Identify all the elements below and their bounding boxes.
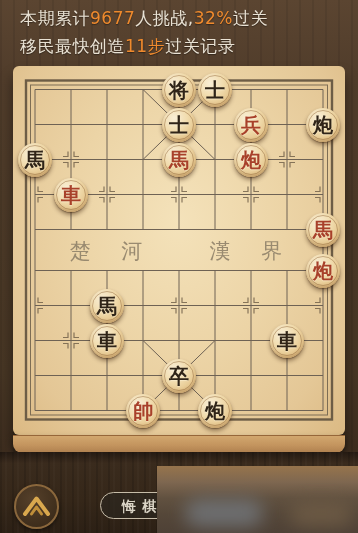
piece-glyph: 炮 <box>234 143 268 177</box>
challenge-stats-line: 本期累计9677人挑战,32%过关 <box>20 6 268 30</box>
piece-black-horse[interactable]: 馬 <box>90 289 124 323</box>
piece-red-cannon[interactable]: 炮 <box>306 254 340 288</box>
piece-black-horse[interactable]: 馬 <box>18 143 52 177</box>
piece-glyph: 士 <box>198 73 232 107</box>
stat-text: 过关记录 <box>165 36 235 56</box>
stat-text: 过关 <box>233 8 268 28</box>
piece-glyph: 兵 <box>234 108 268 142</box>
piece-black-advisor[interactable]: 士 <box>198 73 232 107</box>
stat-value: 32% <box>194 8 233 28</box>
stat-value: 9677 <box>90 8 135 28</box>
piece-red-general[interactable]: 帥 <box>126 394 160 428</box>
piece-red-cannon[interactable]: 炮 <box>234 143 268 177</box>
blurred-buttons-area <box>157 466 358 533</box>
stat-text: 本期累计 <box>20 8 90 28</box>
piece-red-horse[interactable]: 馬 <box>306 213 340 247</box>
blurred-button <box>185 499 263 527</box>
piece-glyph: 卒 <box>162 359 196 393</box>
piece-glyph: 馬 <box>306 213 340 247</box>
piece-glyph: 炮 <box>198 394 232 428</box>
piece-red-soldier[interactable]: 兵 <box>234 108 268 142</box>
blurred-button <box>290 502 352 526</box>
stat-text: 移民最快创造 <box>20 36 125 56</box>
piece-black-general[interactable]: 将 <box>162 73 196 107</box>
piece-glyph: 馬 <box>18 143 52 177</box>
stat-text: 人挑战, <box>135 8 193 28</box>
piece-black-chariot[interactable]: 車 <box>270 324 304 358</box>
piece-glyph: 炮 <box>306 254 340 288</box>
piece-black-cannon[interactable]: 炮 <box>306 108 340 142</box>
piece-glyph: 車 <box>270 324 304 358</box>
board-bottom-edge <box>13 435 345 453</box>
stat-value: 11步 <box>125 36 165 56</box>
chevron-up-icon <box>16 486 57 527</box>
piece-glyph: 車 <box>54 178 88 212</box>
collapse-panel-button[interactable] <box>14 484 59 529</box>
piece-glyph: 将 <box>162 73 196 107</box>
piece-glyph: 士 <box>162 108 196 142</box>
piece-black-soldier[interactable]: 卒 <box>162 359 196 393</box>
piece-red-chariot[interactable]: 車 <box>54 178 88 212</box>
piece-glyph: 馬 <box>90 289 124 323</box>
piece-glyph: 炮 <box>306 108 340 142</box>
piece-black-advisor[interactable]: 士 <box>162 108 196 142</box>
piece-glyph: 車 <box>90 324 124 358</box>
piece-black-cannon[interactable]: 炮 <box>198 394 232 428</box>
board-grid[interactable]: 将士士兵炮馬馬炮車馬炮馬車車卒帥炮 <box>17 72 341 428</box>
piece-black-chariot[interactable]: 車 <box>90 324 124 358</box>
record-stats-line: 移民最快创造11步过关记录 <box>20 34 235 58</box>
piece-glyph: 馬 <box>162 143 196 177</box>
piece-glyph: 帥 <box>126 394 160 428</box>
app-screen: { "header": { "line1_segments": [ {"text… <box>0 0 358 533</box>
piece-red-horse[interactable]: 馬 <box>162 143 196 177</box>
